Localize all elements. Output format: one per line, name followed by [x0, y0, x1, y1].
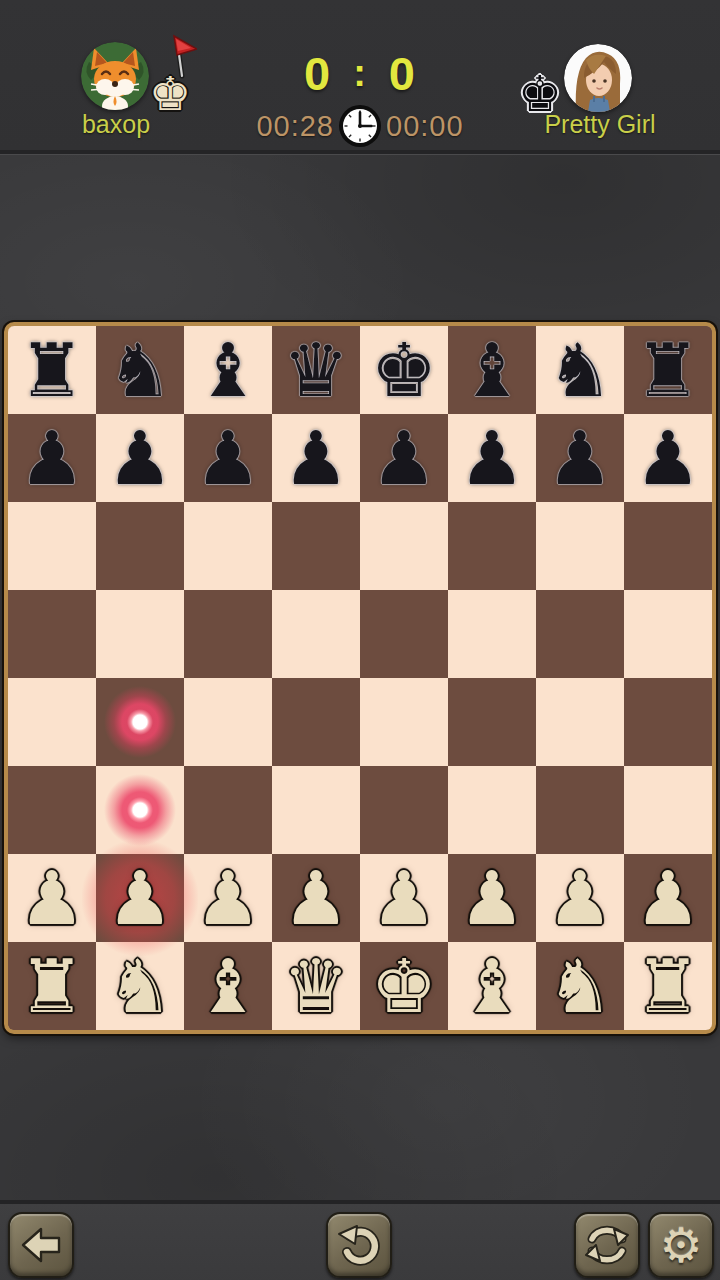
piece-black-bishop[interactable]: ♝	[184, 326, 272, 414]
move-target-dot[interactable]	[96, 678, 184, 766]
piece-white-bishop[interactable]: ♝	[184, 942, 272, 1030]
square-e8[interactable]: ♚	[360, 326, 448, 414]
rotate-board-button[interactable]	[574, 1212, 640, 1278]
square-d7[interactable]: ♟	[272, 414, 360, 502]
piece-white-king[interactable]: ♚	[360, 942, 448, 1030]
square-g4[interactable]	[536, 678, 624, 766]
square-h2[interactable]: ♟	[624, 854, 712, 942]
square-d8[interactable]: ♛	[272, 326, 360, 414]
square-a4[interactable]	[8, 678, 96, 766]
square-b6[interactable]	[96, 502, 184, 590]
white-player-clock: 00:28	[256, 110, 334, 143]
square-e3[interactable]	[360, 766, 448, 854]
piece-white-queen[interactable]: ♛	[272, 942, 360, 1030]
undo-arrow-icon	[337, 1224, 381, 1266]
square-b4[interactable]	[96, 678, 184, 766]
piece-black-knight[interactable]: ♞	[96, 326, 184, 414]
black-player-avatar	[564, 44, 632, 112]
square-f8[interactable]: ♝	[448, 326, 536, 414]
piece-white-pawn[interactable]: ♟	[184, 854, 272, 942]
square-g3[interactable]	[536, 766, 624, 854]
square-d6[interactable]	[272, 502, 360, 590]
piece-white-pawn[interactable]: ♟	[272, 854, 360, 942]
game-header: baxop ♚ 0:0 00:28 00:00 ♚	[0, 0, 720, 154]
square-c2[interactable]: ♟	[184, 854, 272, 942]
square-a5[interactable]	[8, 590, 96, 678]
square-d4[interactable]	[272, 678, 360, 766]
square-h4[interactable]	[624, 678, 712, 766]
piece-black-queen[interactable]: ♛	[272, 326, 360, 414]
left-arrow-icon	[19, 1226, 63, 1264]
square-c5[interactable]	[184, 590, 272, 678]
piece-black-pawn[interactable]: ♟	[96, 414, 184, 502]
piece-black-pawn[interactable]: ♟	[184, 414, 272, 502]
girl-avatar-icon	[564, 44, 632, 112]
piece-white-knight[interactable]: ♞	[96, 942, 184, 1030]
square-a8[interactable]: ♜	[8, 326, 96, 414]
piece-black-bishop[interactable]: ♝	[448, 326, 536, 414]
square-f5[interactable]	[448, 590, 536, 678]
piece-black-pawn[interactable]: ♟	[272, 414, 360, 502]
square-e6[interactable]	[360, 502, 448, 590]
square-b5[interactable]	[96, 590, 184, 678]
square-a6[interactable]	[8, 502, 96, 590]
square-e4[interactable]	[360, 678, 448, 766]
black-player-clock: 00:00	[386, 110, 464, 143]
piece-white-pawn[interactable]: ♟	[360, 854, 448, 942]
square-e2[interactable]: ♟	[360, 854, 448, 942]
square-e5[interactable]	[360, 590, 448, 678]
square-c7[interactable]: ♟	[184, 414, 272, 502]
square-f2[interactable]: ♟	[448, 854, 536, 942]
square-f7[interactable]: ♟	[448, 414, 536, 502]
piece-white-pawn[interactable]: ♟	[624, 854, 712, 942]
piece-white-knight[interactable]: ♞	[536, 942, 624, 1030]
piece-black-rook[interactable]: ♜	[624, 326, 712, 414]
piece-black-pawn[interactable]: ♟	[624, 414, 712, 502]
rotate-arrows-icon	[584, 1223, 630, 1267]
piece-white-rook[interactable]: ♜	[624, 942, 712, 1030]
square-h6[interactable]	[624, 502, 712, 590]
square-b8[interactable]: ♞	[96, 326, 184, 414]
gear-icon: ⚙	[659, 1221, 702, 1269]
chess-board[interactable]: ♜♞♝♛♚♝♞♜♟♟♟♟♟♟♟♟♟♟♟♟♟♟♟♟♜♞♝♛♚♝♞♜	[8, 326, 712, 1030]
square-d3[interactable]	[272, 766, 360, 854]
analog-clock-icon	[337, 103, 383, 149]
piece-black-pawn[interactable]: ♟	[448, 414, 536, 502]
square-h7[interactable]: ♟	[624, 414, 712, 502]
square-h8[interactable]: ♜	[624, 326, 712, 414]
square-f3[interactable]	[448, 766, 536, 854]
square-f4[interactable]	[448, 678, 536, 766]
square-d1[interactable]: ♛	[272, 942, 360, 1030]
piece-white-pawn[interactable]: ♟	[536, 854, 624, 942]
score-black: 0	[389, 47, 416, 100]
square-b7[interactable]: ♟	[96, 414, 184, 502]
piece-white-pawn[interactable]: ♟	[448, 854, 536, 942]
square-g6[interactable]	[536, 502, 624, 590]
piece-black-pawn[interactable]: ♟	[536, 414, 624, 502]
square-b1[interactable]: ♞	[96, 942, 184, 1030]
square-a7[interactable]: ♟	[8, 414, 96, 502]
piece-black-pawn[interactable]: ♟	[360, 414, 448, 502]
square-e1[interactable]: ♚	[360, 942, 448, 1030]
piece-black-knight[interactable]: ♞	[536, 326, 624, 414]
piece-black-pawn[interactable]: ♟	[8, 414, 96, 502]
square-b3[interactable]	[96, 766, 184, 854]
square-e7[interactable]: ♟	[360, 414, 448, 502]
settings-button[interactable]: ⚙	[648, 1212, 714, 1278]
square-b2[interactable]: ♟	[96, 854, 184, 942]
square-g8[interactable]: ♞	[536, 326, 624, 414]
undo-button[interactable]	[326, 1212, 392, 1278]
chess-board-frame: ♜♞♝♛♚♝♞♜♟♟♟♟♟♟♟♟♟♟♟♟♟♟♟♟♜♞♝♛♚♝♞♜	[4, 322, 716, 1034]
piece-white-pawn[interactable]: ♟	[96, 854, 184, 942]
score-separator: :	[353, 52, 367, 94]
square-d5[interactable]	[272, 590, 360, 678]
square-d2[interactable]: ♟	[272, 854, 360, 942]
bottom-toolbar: ⚙	[0, 1200, 720, 1280]
piece-white-pawn[interactable]: ♟	[8, 854, 96, 942]
square-g5[interactable]	[536, 590, 624, 678]
square-h5[interactable]	[624, 590, 712, 678]
black-player-name: Pretty Girl	[530, 110, 670, 139]
square-h1[interactable]: ♜	[624, 942, 712, 1030]
square-f6[interactable]	[448, 502, 536, 590]
back-button[interactable]	[8, 1212, 74, 1278]
square-c4[interactable]	[184, 678, 272, 766]
square-h3[interactable]	[624, 766, 712, 854]
square-c8[interactable]: ♝	[184, 326, 272, 414]
square-a2[interactable]: ♟	[8, 854, 96, 942]
square-a1[interactable]: ♜	[8, 942, 96, 1030]
square-c1[interactable]: ♝	[184, 942, 272, 1030]
piece-white-rook[interactable]: ♜	[8, 942, 96, 1030]
score-white: 0	[304, 47, 331, 100]
piece-black-king[interactable]: ♚	[360, 326, 448, 414]
square-g2[interactable]: ♟	[536, 854, 624, 942]
square-g7[interactable]: ♟	[536, 414, 624, 502]
square-c6[interactable]	[184, 502, 272, 590]
square-g1[interactable]: ♞	[536, 942, 624, 1030]
piece-white-bishop[interactable]: ♝	[448, 942, 536, 1030]
move-target-dot[interactable]	[96, 766, 184, 854]
piece-black-rook[interactable]: ♜	[8, 326, 96, 414]
square-f1[interactable]: ♝	[448, 942, 536, 1030]
